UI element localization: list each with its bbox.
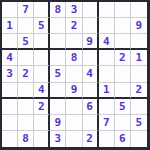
cell-r2c9[interactable]: 9 xyxy=(131,18,147,34)
cell-r6c3[interactable]: 4 xyxy=(34,83,50,99)
cell-r2c8[interactable] xyxy=(115,18,131,34)
cell-r5c4[interactable]: 5 xyxy=(50,66,66,82)
cell-r6c2[interactable] xyxy=(18,83,34,99)
cell-r4c8[interactable]: 2 xyxy=(115,50,131,66)
cell-r8c6[interactable] xyxy=(83,115,99,131)
cell-r9c3[interactable] xyxy=(34,131,50,147)
cell-r6c1[interactable] xyxy=(2,83,18,99)
cell-r5c7[interactable] xyxy=(99,66,115,82)
cell-r2c4[interactable] xyxy=(50,18,66,34)
cell-r7c2[interactable] xyxy=(18,99,34,115)
cell-r3c1[interactable] xyxy=(2,34,18,50)
cell-r6c5[interactable]: 9 xyxy=(66,83,82,99)
cell-r3c2[interactable]: 5 xyxy=(18,34,34,50)
cell-r2c2[interactable] xyxy=(18,18,34,34)
cell-r8c2[interactable] xyxy=(18,115,34,131)
cell-r5c5[interactable] xyxy=(66,66,82,82)
cell-r8c8[interactable] xyxy=(115,115,131,131)
cell-r1c2[interactable]: 7 xyxy=(18,2,34,18)
cell-r2c5[interactable]: 2 xyxy=(66,18,82,34)
cell-r9c5[interactable] xyxy=(66,131,82,147)
cell-r4c6[interactable] xyxy=(83,50,99,66)
cell-r9c7[interactable] xyxy=(99,131,115,147)
cell-r4c4[interactable] xyxy=(50,50,66,66)
cell-r9c6[interactable]: 2 xyxy=(83,131,99,147)
cell-r8c7[interactable]: 7 xyxy=(99,115,115,131)
cell-r7c6[interactable]: 6 xyxy=(83,99,99,115)
cell-r6c6[interactable] xyxy=(83,83,99,99)
cell-r7c5[interactable] xyxy=(66,99,82,115)
cell-r5c1[interactable]: 3 xyxy=(2,66,18,82)
cell-r4c7[interactable] xyxy=(99,50,115,66)
cell-r1c4[interactable]: 8 xyxy=(50,2,66,18)
cell-r7c9[interactable] xyxy=(131,99,147,115)
cell-r5c6[interactable]: 4 xyxy=(83,66,99,82)
cell-r2c3[interactable]: 5 xyxy=(34,18,50,34)
cell-r7c3[interactable]: 2 xyxy=(34,99,50,115)
cell-r8c9[interactable]: 5 xyxy=(131,115,147,131)
cell-r4c1[interactable]: 4 xyxy=(2,50,18,66)
cell-r1c9[interactable] xyxy=(131,2,147,18)
cell-r3c7[interactable]: 4 xyxy=(99,34,115,50)
cell-r8c5[interactable] xyxy=(66,115,82,131)
cell-r3c6[interactable]: 9 xyxy=(83,34,99,50)
cell-r2c7[interactable] xyxy=(99,18,115,34)
cell-r1c3[interactable] xyxy=(34,2,50,18)
cell-r9c9[interactable] xyxy=(131,131,147,147)
cell-r6c4[interactable] xyxy=(50,83,66,99)
cell-r9c1[interactable] xyxy=(2,131,18,147)
cell-r4c5[interactable]: 8 xyxy=(66,50,82,66)
cell-r6c8[interactable] xyxy=(115,83,131,99)
cell-r9c4[interactable]: 3 xyxy=(50,131,66,147)
cell-r7c8[interactable]: 5 xyxy=(115,99,131,115)
cell-r5c3[interactable] xyxy=(34,66,50,82)
cell-r8c1[interactable] xyxy=(2,115,18,131)
cell-r1c7[interactable] xyxy=(99,2,115,18)
cell-r3c3[interactable] xyxy=(34,34,50,50)
cell-r7c7[interactable] xyxy=(99,99,115,115)
sudoku-board: 78315295944821325449122659758326 xyxy=(0,0,150,150)
cell-r2c6[interactable] xyxy=(83,18,99,34)
cell-r2c1[interactable]: 1 xyxy=(2,18,18,34)
cell-r6c9[interactable]: 2 xyxy=(131,83,147,99)
cell-r3c5[interactable] xyxy=(66,34,82,50)
cell-r4c2[interactable] xyxy=(18,50,34,66)
cell-r1c1[interactable] xyxy=(2,2,18,18)
cell-r1c6[interactable] xyxy=(83,2,99,18)
cell-r9c2[interactable]: 8 xyxy=(18,131,34,147)
cell-r5c8[interactable] xyxy=(115,66,131,82)
cell-r4c9[interactable]: 1 xyxy=(131,50,147,66)
cell-r5c9[interactable] xyxy=(131,66,147,82)
cell-r1c5[interactable]: 3 xyxy=(66,2,82,18)
cell-r3c8[interactable] xyxy=(115,34,131,50)
cell-r4c3[interactable] xyxy=(34,50,50,66)
cell-r9c8[interactable]: 6 xyxy=(115,131,131,147)
cell-r7c1[interactable] xyxy=(2,99,18,115)
cell-r7c4[interactable] xyxy=(50,99,66,115)
cell-r1c8[interactable] xyxy=(115,2,131,18)
cell-r5c2[interactable]: 2 xyxy=(18,66,34,82)
cell-r6c7[interactable]: 1 xyxy=(99,83,115,99)
cell-r8c4[interactable]: 9 xyxy=(50,115,66,131)
cell-r3c9[interactable] xyxy=(131,34,147,50)
cell-r8c3[interactable] xyxy=(34,115,50,131)
cell-r3c4[interactable] xyxy=(50,34,66,50)
